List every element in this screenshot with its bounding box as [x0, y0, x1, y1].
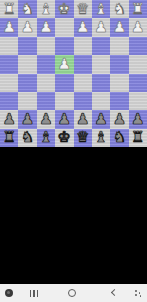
square-g3[interactable]	[18, 37, 36, 55]
square-a7[interactable]: ♟	[129, 110, 147, 128]
square-e1[interactable]: ♚	[55, 0, 73, 18]
square-h4[interactable]	[0, 55, 18, 73]
white-pawn: ♟	[113, 20, 126, 35]
square-e8[interactable]: ♚	[55, 129, 73, 147]
white-knight: ♞	[21, 2, 34, 17]
square-c8[interactable]: ♝	[92, 129, 110, 147]
square-a8[interactable]: ♜	[129, 129, 147, 147]
white-bishop: ♝	[39, 2, 52, 17]
black-rook: ♜	[2, 130, 15, 145]
black-knight: ♞	[21, 130, 34, 145]
square-a3[interactable]	[129, 37, 147, 55]
recents-icon[interactable]	[30, 290, 38, 297]
square-d6[interactable]	[74, 92, 92, 110]
black-bishop: ♝	[39, 130, 52, 145]
control-panel: ← → 1. e4 Rotate	[0, 147, 147, 284]
square-g5[interactable]	[18, 74, 36, 92]
white-pawn: ♟	[2, 20, 15, 35]
square-d8[interactable]: ♛	[74, 129, 92, 147]
square-g2[interactable]: ♟	[18, 18, 36, 36]
square-b6[interactable]	[110, 92, 128, 110]
android-navbar	[0, 284, 147, 302]
square-c3[interactable]	[92, 37, 110, 55]
square-a2[interactable]: ♟	[129, 18, 147, 36]
white-pawn: ♟	[76, 20, 89, 35]
square-h5[interactable]	[0, 74, 18, 92]
square-f5[interactable]	[37, 74, 55, 92]
black-pawn: ♟	[113, 112, 126, 127]
square-a5[interactable]	[129, 74, 147, 92]
square-e4[interactable]: ♟	[55, 55, 73, 73]
square-c2[interactable]: ♟	[92, 18, 110, 36]
square-h6[interactable]	[0, 92, 18, 110]
white-rook: ♜	[2, 2, 15, 17]
square-h2[interactable]: ♟	[0, 18, 18, 36]
square-b3[interactable]	[110, 37, 128, 55]
square-d3[interactable]	[74, 37, 92, 55]
square-f8[interactable]: ♝	[37, 129, 55, 147]
floating-bubble-icon[interactable]	[5, 289, 13, 297]
square-b1[interactable]: ♞	[110, 0, 128, 18]
white-pawn: ♟	[131, 20, 144, 35]
black-pawn: ♟	[76, 112, 89, 127]
white-bishop: ♝	[94, 2, 107, 17]
square-g1[interactable]: ♞	[18, 0, 36, 18]
white-rook: ♜	[131, 2, 144, 17]
square-c1[interactable]: ♝	[92, 0, 110, 18]
square-b5[interactable]	[110, 74, 128, 92]
square-e6[interactable]	[55, 92, 73, 110]
square-a6[interactable]	[129, 92, 147, 110]
square-e3[interactable]	[55, 37, 73, 55]
black-pawn: ♟	[21, 112, 34, 127]
black-pawn: ♟	[39, 112, 52, 127]
square-d7[interactable]: ♟	[74, 110, 92, 128]
square-e2[interactable]	[55, 18, 73, 36]
white-pawn: ♟	[39, 20, 52, 35]
square-f3[interactable]	[37, 37, 55, 55]
square-d2[interactable]: ♟	[74, 18, 92, 36]
black-pawn: ♟	[2, 112, 15, 127]
square-f1[interactable]: ♝	[37, 0, 55, 18]
square-d5[interactable]	[74, 74, 92, 92]
square-b7[interactable]: ♟	[110, 110, 128, 128]
white-pawn: ♟	[21, 20, 34, 35]
back-icon[interactable]	[111, 289, 118, 296]
square-c7[interactable]: ♟	[92, 110, 110, 128]
square-d4[interactable]	[74, 55, 92, 73]
black-knight: ♞	[113, 130, 126, 145]
square-h8[interactable]: ♜	[0, 129, 18, 147]
square-e7[interactable]: ♟	[55, 110, 73, 128]
square-g8[interactable]: ♞	[18, 129, 36, 147]
black-pawn: ♟	[94, 112, 107, 127]
chess-board: ♜♞♝♚♛♝♞♜♟♟♟♟♟♟♟♟♟♟♟♟♟♟♟♟♜♞♝♚♛♝♞♜	[0, 0, 147, 147]
square-f4[interactable]	[37, 55, 55, 73]
edge-dots-icon[interactable]	[134, 290, 142, 297]
white-pawn: ♟	[58, 57, 71, 72]
square-d1[interactable]: ♛	[74, 0, 92, 18]
square-h3[interactable]	[0, 37, 18, 55]
square-f2[interactable]: ♟	[37, 18, 55, 36]
square-c6[interactable]	[92, 92, 110, 110]
square-h1[interactable]: ♜	[0, 0, 18, 18]
white-queen: ♛	[76, 2, 89, 17]
home-icon[interactable]	[68, 289, 76, 297]
white-knight: ♞	[113, 2, 126, 17]
square-a1[interactable]: ♜	[129, 0, 147, 18]
black-queen: ♛	[76, 130, 89, 145]
black-pawn: ♟	[131, 112, 144, 127]
black-pawn: ♟	[58, 112, 71, 127]
square-f7[interactable]: ♟	[37, 110, 55, 128]
square-b8[interactable]: ♞	[110, 129, 128, 147]
white-pawn: ♟	[94, 20, 107, 35]
square-h7[interactable]: ♟	[0, 110, 18, 128]
square-b2[interactable]: ♟	[110, 18, 128, 36]
square-e5[interactable]	[55, 74, 73, 92]
square-g6[interactable]	[18, 92, 36, 110]
square-c5[interactable]	[92, 74, 110, 92]
black-king: ♚	[58, 130, 71, 145]
white-king: ♚	[58, 2, 71, 17]
square-b4[interactable]	[110, 55, 128, 73]
square-g4[interactable]	[18, 55, 36, 73]
app-screen: ♜♞♝♚♛♝♞♜♟♟♟♟♟♟♟♟♟♟♟♟♟♟♟♟♜♞♝♚♛♝♞♜ ← → 1. …	[0, 0, 147, 302]
square-a4[interactable]	[129, 55, 147, 73]
square-c4[interactable]	[92, 55, 110, 73]
square-f6[interactable]	[37, 92, 55, 110]
square-g7[interactable]: ♟	[18, 110, 36, 128]
black-rook: ♜	[131, 130, 144, 145]
black-bishop: ♝	[94, 130, 107, 145]
